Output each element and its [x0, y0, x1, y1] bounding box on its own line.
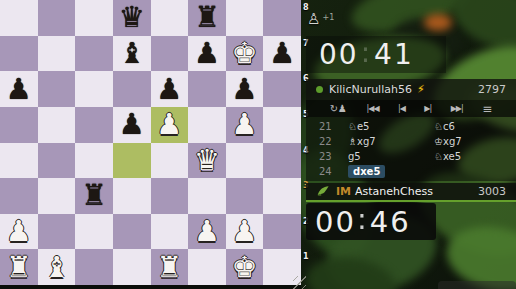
white-pawn: ♟: [156, 110, 182, 139]
square-e2: [151, 214, 189, 250]
square-d1: [113, 249, 151, 285]
white-queen: ♛: [194, 146, 220, 175]
square-g2: ♟: [226, 214, 264, 250]
square-a8: [0, 0, 38, 36]
move-navigation-bar: ↻♟|◀◀|◀▶|▶▶|≡: [306, 100, 516, 117]
black-queen: ♛: [119, 3, 145, 32]
square-c7: [75, 36, 113, 72]
square-b7: [38, 36, 76, 72]
white-king: ♚: [232, 253, 258, 282]
previous-move-button[interactable]: |◀: [398, 105, 405, 113]
top-clock-minutes: 00: [319, 38, 359, 71]
bottom-clock-minutes: 00: [315, 205, 356, 239]
top-player-row: KilicNurullah56 ⚡ 2797: [306, 79, 516, 100]
square-f8: ♜: [188, 0, 226, 36]
square-a2: ♟: [0, 214, 38, 250]
square-a4: [0, 143, 38, 179]
square-c5: [75, 107, 113, 143]
square-h5: [263, 107, 301, 143]
square-c6: [75, 71, 113, 107]
square-c8: [75, 0, 113, 36]
white-move-current[interactable]: dxe5: [348, 165, 385, 178]
square-d5: ♟: [113, 107, 151, 143]
move-number: 24: [319, 166, 341, 177]
black-pawn: ♟: [119, 110, 145, 139]
square-f4: ♛: [188, 143, 226, 179]
patron-wing-icon: [316, 185, 329, 198]
square-h3: [263, 178, 301, 214]
bottom-clock-seconds: 46: [370, 205, 411, 239]
square-g3: [226, 178, 264, 214]
top-player-name[interactable]: KilicNurullah56: [329, 83, 412, 96]
square-g7: ♚: [226, 36, 264, 72]
move-list: 21♘e5♘c622♗xg7♔xg723g5♘xe524dxe5: [306, 117, 516, 181]
square-f3: [188, 178, 226, 214]
square-c4: [75, 143, 113, 179]
square-e5: ♟: [151, 107, 189, 143]
move-row-23: 23g5♘xe5: [306, 150, 516, 164]
square-c1: [75, 249, 113, 285]
square-e8: [151, 0, 189, 36]
black-pawn: ♟: [194, 39, 220, 68]
white-move[interactable]: ♗xg7: [348, 136, 434, 147]
square-a6: ♟: [0, 71, 38, 107]
black-rook: ♜: [194, 3, 220, 32]
square-h7: ♟: [263, 36, 301, 72]
square-e4: [151, 143, 189, 179]
square-f6: [188, 71, 226, 107]
top-player-clock: 00 : 41: [306, 36, 446, 73]
square-g1: ♚: [226, 249, 264, 285]
square-h8: [263, 0, 301, 36]
bottom-player-rating: 3003: [478, 185, 506, 198]
square-f1: [188, 249, 226, 285]
move-number: 22: [319, 136, 341, 147]
black-pawn: ♟: [232, 75, 258, 104]
square-h2: [263, 214, 301, 250]
bottom-player-clock: 00 : 46: [306, 203, 436, 240]
square-a3: [0, 178, 38, 214]
black-king: ♚: [232, 39, 258, 68]
square-b5: [38, 107, 76, 143]
menu-button[interactable]: ≡: [482, 103, 492, 115]
bottom-clock-colon: :: [357, 202, 369, 236]
square-h4: [263, 143, 301, 179]
bottom-player-title: IM: [336, 185, 351, 198]
black-rook: ♜: [81, 181, 107, 210]
move-number: 21: [319, 121, 341, 132]
black-pawn: ♟: [156, 75, 182, 104]
square-g4: [226, 143, 264, 179]
white-move[interactable]: ♘e5: [348, 121, 434, 132]
square-c2: [75, 214, 113, 250]
move-row-21: 21♘e5♘c6: [306, 120, 516, 134]
square-d2: [113, 214, 151, 250]
square-d6: [113, 71, 151, 107]
black-pawn: ♟: [269, 39, 295, 68]
square-g8: [226, 0, 264, 36]
top-clock-colon: :: [361, 36, 372, 69]
rank-label-1: 1: [303, 252, 313, 261]
top-player-rating: 2797: [478, 83, 506, 96]
move-row-24: 24dxe5: [306, 165, 516, 179]
square-c3: ♜: [75, 178, 113, 214]
board-resize-handle[interactable]: [293, 276, 306, 289]
square-b3: [38, 178, 76, 214]
square-d4: [113, 143, 151, 179]
white-rook: ♜: [156, 253, 182, 282]
white-pawn: ♟: [232, 110, 258, 139]
active-player-underline: [306, 200, 516, 202]
material-advantage: ♙ +1: [307, 12, 334, 27]
white-pawn: ♟: [6, 217, 32, 246]
square-d3: [113, 178, 151, 214]
square-b2: [38, 214, 76, 250]
first-move-button[interactable]: |◀◀: [367, 105, 379, 113]
overlay-corner-button[interactable]: [438, 281, 516, 289]
stream-frame: ♛♜♝♟♚♟♟♟♟♟♟♟♛♜♟♟♟♜♝♜♚ 87654321 ♙ +1 00 :…: [0, 0, 516, 289]
white-move[interactable]: g5: [348, 151, 434, 162]
square-e3: [151, 178, 189, 214]
online-indicator-icon: [316, 86, 323, 93]
white-pawn: ♟: [232, 217, 258, 246]
square-d7: ♝: [113, 36, 151, 72]
square-a5: [0, 107, 38, 143]
black-move[interactable]: ♔xg7: [434, 136, 462, 147]
flip-board-button[interactable]: ↻♟: [330, 104, 347, 114]
square-g5: ♟: [226, 107, 264, 143]
bottom-player-name[interactable]: AstanehChess: [355, 185, 433, 198]
black-move[interactable]: ♘c6: [434, 121, 455, 132]
bottom-player-row: IM AstanehChess 3003: [306, 183, 516, 200]
white-pawn: ♟: [194, 217, 220, 246]
square-h6: [263, 71, 301, 107]
square-b1: ♝: [38, 249, 76, 285]
leaf-shape: [424, 14, 452, 31]
square-b4: [38, 143, 76, 179]
move-number: 23: [319, 151, 341, 162]
last-move-button[interactable]: ▶▶|: [451, 105, 463, 113]
square-f2: ♟: [188, 214, 226, 250]
square-g6: ♟: [226, 71, 264, 107]
board-bottom-strip: [0, 285, 301, 289]
square-e1: ♜: [151, 249, 189, 285]
square-b6: [38, 71, 76, 107]
square-d8: ♛: [113, 0, 151, 36]
square-f5: [188, 107, 226, 143]
next-move-button[interactable]: ▶|: [424, 105, 431, 113]
square-a1: ♜: [0, 249, 38, 285]
black-bishop: ♝: [119, 39, 145, 68]
square-e6: ♟: [151, 71, 189, 107]
captured-white-pawn-icon: ♙: [307, 12, 320, 27]
square-b8: [38, 0, 76, 36]
material-advantage-value: +1: [322, 13, 334, 22]
blitz-lightning-icon: ⚡: [417, 83, 425, 96]
square-f7: ♟: [188, 36, 226, 72]
white-bishop: ♝: [43, 253, 69, 282]
top-clock-seconds: 41: [374, 38, 414, 71]
move-row-22: 22♗xg7♔xg7: [306, 135, 516, 149]
chess-board: ♛♜♝♟♚♟♟♟♟♟♟♟♛♜♟♟♟♜♝♜♚: [0, 0, 301, 285]
square-e7: [151, 36, 189, 72]
white-rook: ♜: [6, 253, 32, 282]
black-move[interactable]: ♘xe5: [434, 151, 461, 162]
black-pawn: ♟: [6, 75, 32, 104]
square-a7: [0, 36, 38, 72]
